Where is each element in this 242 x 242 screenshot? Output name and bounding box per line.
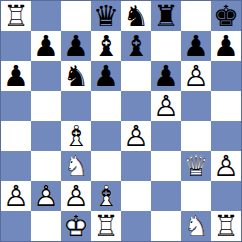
square-a7[interactable] [1, 31, 31, 61]
square-c7[interactable]: ♟ [61, 31, 91, 61]
piece-black-pawn[interactable]: ♟ [91, 61, 121, 91]
square-g8[interactable] [181, 1, 211, 31]
square-f2[interactable] [151, 181, 181, 211]
square-c1[interactable]: ♚♔ [61, 211, 91, 241]
piece-black-pawn[interactable]: ♟ [61, 31, 91, 61]
piece-white-pawn[interactable]: ♟♙ [121, 121, 151, 151]
square-d1[interactable]: ♜♖ [91, 211, 121, 241]
square-h6[interactable] [211, 61, 241, 91]
square-h3[interactable]: ♟♙ [211, 151, 241, 181]
square-g3[interactable]: ♛♕ [181, 151, 211, 181]
piece-black-bishop[interactable]: ♝ [121, 31, 151, 61]
piece-white-pawn[interactable]: ♟♙ [1, 181, 31, 211]
square-a6[interactable]: ♟ [1, 61, 31, 91]
square-b4[interactable] [31, 121, 61, 151]
square-g1[interactable]: ♞♘ [181, 211, 211, 241]
square-d3[interactable] [91, 151, 121, 181]
piece-black-pawn[interactable]: ♟ [1, 61, 31, 91]
square-g4[interactable] [181, 121, 211, 151]
square-d8[interactable]: ♛ [91, 1, 121, 31]
piece-white-rook[interactable]: ♜♖ [211, 211, 241, 241]
piece-black-queen[interactable]: ♛ [91, 1, 121, 31]
square-b2[interactable]: ♟♙ [31, 181, 61, 211]
square-a1[interactable] [1, 211, 31, 241]
piece-white-pawn[interactable]: ♟♙ [61, 181, 91, 211]
square-a2[interactable]: ♟♙ [1, 181, 31, 211]
square-d5[interactable] [91, 91, 121, 121]
square-e2[interactable] [121, 181, 151, 211]
square-b5[interactable] [31, 91, 61, 121]
square-a5[interactable] [1, 91, 31, 121]
square-f1[interactable] [151, 211, 181, 241]
square-d7[interactable]: ♝ [91, 31, 121, 61]
square-f8[interactable]: ♜ [151, 1, 181, 31]
square-g2[interactable] [181, 181, 211, 211]
square-h4[interactable] [211, 121, 241, 151]
square-a4[interactable] [1, 121, 31, 151]
piece-black-knight[interactable]: ♞ [61, 61, 91, 91]
square-e5[interactable] [121, 91, 151, 121]
square-h7[interactable]: ♟ [211, 31, 241, 61]
piece-white-pawn[interactable]: ♟♙ [211, 151, 241, 181]
square-e7[interactable]: ♝ [121, 31, 151, 61]
piece-white-king[interactable]: ♚♔ [61, 211, 91, 241]
square-c2[interactable]: ♟♙ [61, 181, 91, 211]
square-h2[interactable] [211, 181, 241, 211]
square-e4[interactable]: ♟♙ [121, 121, 151, 151]
square-h5[interactable] [211, 91, 241, 121]
square-e8[interactable]: ♞ [121, 1, 151, 31]
piece-white-pawn[interactable]: ♟♙ [31, 181, 61, 211]
piece-white-rook[interactable]: ♜♖ [1, 1, 31, 31]
square-e6[interactable] [121, 61, 151, 91]
piece-black-pawn[interactable]: ♟ [211, 31, 241, 61]
piece-black-pawn[interactable]: ♟ [31, 31, 61, 61]
square-c3[interactable]: ♞♘ [61, 151, 91, 181]
square-c8[interactable] [61, 1, 91, 31]
square-h8[interactable]: ♚ [211, 1, 241, 31]
piece-white-queen[interactable]: ♛♕ [181, 151, 211, 181]
square-f3[interactable] [151, 151, 181, 181]
piece-black-pawn[interactable]: ♟ [151, 61, 181, 91]
square-f6[interactable]: ♟ [151, 61, 181, 91]
square-e1[interactable] [121, 211, 151, 241]
piece-white-rook[interactable]: ♜♖ [91, 211, 121, 241]
chess-board: ♜♖♛♞♜♚♟♟♝♝♟♟♟♞♟♟♟♙♟♙♝♗♟♙♞♘♛♕♟♙♟♙♟♙♟♙♝♗♚♔… [0, 0, 242, 242]
piece-black-pawn[interactable]: ♟ [181, 31, 211, 61]
piece-white-knight[interactable]: ♞♘ [181, 211, 211, 241]
square-d4[interactable] [91, 121, 121, 151]
square-b1[interactable] [31, 211, 61, 241]
square-a8[interactable]: ♜♖ [1, 1, 31, 31]
square-b6[interactable] [31, 61, 61, 91]
square-g5[interactable] [181, 91, 211, 121]
piece-white-pawn[interactable]: ♟♙ [151, 91, 181, 121]
square-b7[interactable]: ♟ [31, 31, 61, 61]
piece-white-pawn[interactable]: ♟♙ [181, 61, 211, 91]
square-g7[interactable]: ♟ [181, 31, 211, 61]
piece-black-rook[interactable]: ♜ [151, 1, 181, 31]
square-a3[interactable] [1, 151, 31, 181]
square-g6[interactable]: ♟♙ [181, 61, 211, 91]
square-b3[interactable] [31, 151, 61, 181]
square-c4[interactable]: ♝♗ [61, 121, 91, 151]
square-d2[interactable]: ♝♗ [91, 181, 121, 211]
piece-white-bishop[interactable]: ♝♗ [91, 181, 121, 211]
piece-black-bishop[interactable]: ♝ [91, 31, 121, 61]
square-c5[interactable] [61, 91, 91, 121]
piece-white-bishop[interactable]: ♝♗ [61, 121, 91, 151]
piece-white-knight[interactable]: ♞♘ [61, 151, 91, 181]
square-h1[interactable]: ♜♖ [211, 211, 241, 241]
piece-black-king[interactable]: ♚ [211, 1, 241, 31]
square-b8[interactable] [31, 1, 61, 31]
square-c6[interactable]: ♞ [61, 61, 91, 91]
square-f5[interactable]: ♟♙ [151, 91, 181, 121]
square-f4[interactable] [151, 121, 181, 151]
piece-black-knight[interactable]: ♞ [121, 1, 151, 31]
square-d6[interactable]: ♟ [91, 61, 121, 91]
square-e3[interactable] [121, 151, 151, 181]
square-f7[interactable] [151, 31, 181, 61]
